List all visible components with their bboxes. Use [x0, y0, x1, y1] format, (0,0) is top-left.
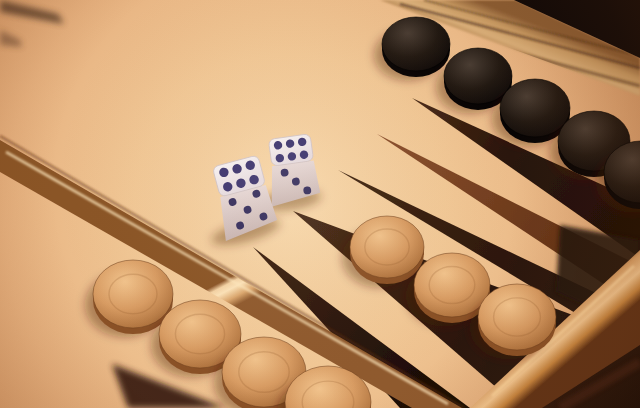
backgammon-board-photo — [0, 0, 640, 408]
backgammon-scene — [0, 0, 640, 408]
vignette-overlay — [0, 0, 640, 408]
